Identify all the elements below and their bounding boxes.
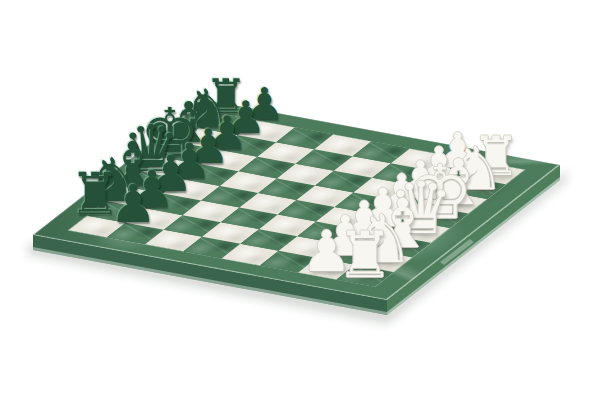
chess-set-photo: ♜♞♝♛♚♝♞♜♟♟♟♟♟♟♟♟♟♟♟♟♟♟♟♟♜♞♝♛♚♝♞♜ (0, 0, 600, 400)
